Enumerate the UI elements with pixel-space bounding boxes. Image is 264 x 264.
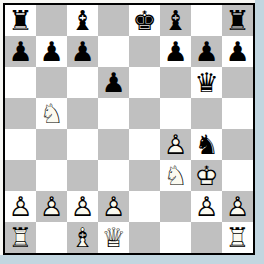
white-rook-piece: ♖ bbox=[222, 222, 253, 253]
white-bishop-piece: ♗ bbox=[67, 222, 98, 253]
square-g3[interactable]: ♚♔ bbox=[191, 160, 222, 191]
square-e5[interactable] bbox=[129, 98, 160, 129]
white-pawn-piece: ♙ bbox=[222, 191, 253, 222]
square-d4[interactable] bbox=[98, 129, 129, 160]
square-g4[interactable]: ♞ bbox=[191, 129, 222, 160]
square-f3[interactable]: ♞♘ bbox=[160, 160, 191, 191]
square-h5[interactable] bbox=[222, 98, 253, 129]
square-g7[interactable]: ♟ bbox=[191, 36, 222, 67]
white-pawn-piece: ♙ bbox=[160, 129, 191, 160]
square-h7[interactable]: ♟ bbox=[222, 36, 253, 67]
square-f2[interactable] bbox=[160, 191, 191, 222]
black-bishop-piece: ♝ bbox=[67, 5, 98, 36]
black-pawn-piece: ♟ bbox=[222, 36, 253, 67]
white-pawn-piece: ♙ bbox=[98, 191, 129, 222]
square-d3[interactable] bbox=[98, 160, 129, 191]
square-h4[interactable] bbox=[222, 129, 253, 160]
square-d6[interactable]: ♟ bbox=[98, 67, 129, 98]
square-c3[interactable] bbox=[67, 160, 98, 191]
square-g2[interactable]: ♟♙ bbox=[191, 191, 222, 222]
white-pawn-piece: ♙ bbox=[36, 191, 67, 222]
square-c5[interactable] bbox=[67, 98, 98, 129]
square-e8[interactable]: ♚ bbox=[129, 5, 160, 36]
square-f7[interactable]: ♟ bbox=[160, 36, 191, 67]
black-pawn-piece: ♟ bbox=[160, 36, 191, 67]
square-f5[interactable] bbox=[160, 98, 191, 129]
chess-diagram-window: ♜♝♚♝♜♟♟♟♟♟♟♟♛♞♘♟♙♞♞♘♚♔♟♙♟♙♟♙♟♙♟♙♟♙♜♖♝♗♛♕… bbox=[0, 0, 264, 264]
square-a6[interactable] bbox=[5, 67, 36, 98]
chess-board: ♜♝♚♝♜♟♟♟♟♟♟♟♛♞♘♟♙♞♞♘♚♔♟♙♟♙♟♙♟♙♟♙♟♙♜♖♝♗♛♕… bbox=[3, 3, 255, 255]
square-h8[interactable]: ♜ bbox=[222, 5, 253, 36]
square-e2[interactable] bbox=[129, 191, 160, 222]
white-knight-piece: ♘ bbox=[36, 98, 67, 129]
black-bishop-piece: ♝ bbox=[160, 5, 191, 36]
square-f1[interactable] bbox=[160, 222, 191, 253]
square-d2[interactable]: ♟♙ bbox=[98, 191, 129, 222]
square-b8[interactable] bbox=[36, 5, 67, 36]
window-margin-right bbox=[255, 0, 264, 264]
square-h3[interactable] bbox=[222, 160, 253, 191]
black-pawn-piece: ♟ bbox=[67, 36, 98, 67]
square-c4[interactable] bbox=[67, 129, 98, 160]
window-margin-bottom bbox=[0, 255, 264, 264]
square-f8[interactable]: ♝ bbox=[160, 5, 191, 36]
square-b1[interactable] bbox=[36, 222, 67, 253]
square-f6[interactable] bbox=[160, 67, 191, 98]
square-c6[interactable] bbox=[67, 67, 98, 98]
square-d5[interactable] bbox=[98, 98, 129, 129]
square-c1[interactable]: ♝♗ bbox=[67, 222, 98, 253]
square-a1[interactable]: ♜♖ bbox=[5, 222, 36, 253]
square-e7[interactable] bbox=[129, 36, 160, 67]
square-h1[interactable]: ♜♖ bbox=[222, 222, 253, 253]
black-pawn-piece: ♟ bbox=[36, 36, 67, 67]
black-knight-piece: ♞ bbox=[191, 129, 222, 160]
black-pawn-piece: ♟ bbox=[5, 36, 36, 67]
square-e4[interactable] bbox=[129, 129, 160, 160]
square-a3[interactable] bbox=[5, 160, 36, 191]
square-g8[interactable] bbox=[191, 5, 222, 36]
black-pawn-piece: ♟ bbox=[98, 67, 129, 98]
square-e1[interactable] bbox=[129, 222, 160, 253]
white-knight-piece: ♘ bbox=[160, 160, 191, 191]
square-a2[interactable]: ♟♙ bbox=[5, 191, 36, 222]
square-h2[interactable]: ♟♙ bbox=[222, 191, 253, 222]
square-e6[interactable] bbox=[129, 67, 160, 98]
black-queen-piece: ♛ bbox=[191, 67, 222, 98]
square-b7[interactable]: ♟ bbox=[36, 36, 67, 67]
white-king-piece: ♔ bbox=[191, 160, 222, 191]
square-a7[interactable]: ♟ bbox=[5, 36, 36, 67]
square-h6[interactable] bbox=[222, 67, 253, 98]
black-rook-piece: ♜ bbox=[222, 5, 253, 36]
square-b5[interactable]: ♞♘ bbox=[36, 98, 67, 129]
square-c2[interactable]: ♟♙ bbox=[67, 191, 98, 222]
square-e3[interactable] bbox=[129, 160, 160, 191]
square-d1[interactable]: ♛♕ bbox=[98, 222, 129, 253]
black-pawn-piece: ♟ bbox=[191, 36, 222, 67]
square-g6[interactable]: ♛ bbox=[191, 67, 222, 98]
square-a8[interactable]: ♜ bbox=[5, 5, 36, 36]
white-queen-piece: ♕ bbox=[98, 222, 129, 253]
white-pawn-piece: ♙ bbox=[5, 191, 36, 222]
square-b4[interactable] bbox=[36, 129, 67, 160]
white-pawn-piece: ♙ bbox=[67, 191, 98, 222]
white-rook-piece: ♖ bbox=[5, 222, 36, 253]
black-rook-piece: ♜ bbox=[5, 5, 36, 36]
square-d7[interactable] bbox=[98, 36, 129, 67]
black-king-piece: ♚ bbox=[129, 5, 160, 36]
square-f4[interactable]: ♟♙ bbox=[160, 129, 191, 160]
white-pawn-piece: ♙ bbox=[191, 191, 222, 222]
square-c7[interactable]: ♟ bbox=[67, 36, 98, 67]
square-b2[interactable]: ♟♙ bbox=[36, 191, 67, 222]
square-d8[interactable] bbox=[98, 5, 129, 36]
square-g1[interactable] bbox=[191, 222, 222, 253]
square-a4[interactable] bbox=[5, 129, 36, 160]
square-b6[interactable] bbox=[36, 67, 67, 98]
square-b3[interactable] bbox=[36, 160, 67, 191]
square-c8[interactable]: ♝ bbox=[67, 5, 98, 36]
square-a5[interactable] bbox=[5, 98, 36, 129]
square-g5[interactable] bbox=[191, 98, 222, 129]
